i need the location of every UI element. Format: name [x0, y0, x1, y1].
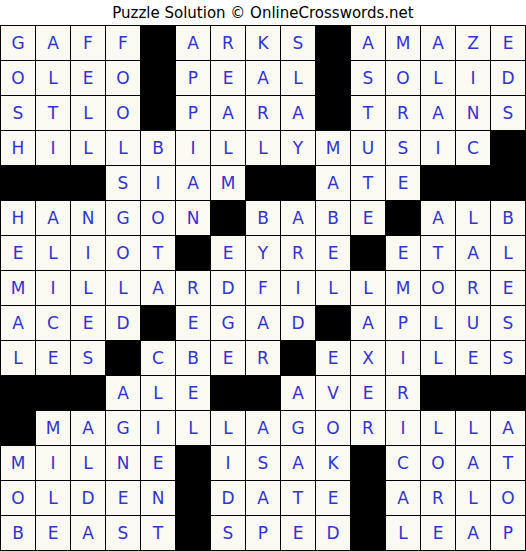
black-cell	[421, 376, 455, 410]
letter-cell: G	[211, 306, 245, 340]
letter-cell: M	[1, 271, 35, 305]
letter-cell: A	[456, 236, 490, 270]
black-cell	[1, 411, 35, 445]
letter-cell: A	[1, 306, 35, 340]
letter-cell: L	[211, 411, 245, 445]
letter-cell: F	[71, 26, 105, 60]
letter-cell: P	[386, 306, 420, 340]
letter-cell: S	[491, 96, 525, 130]
letter-cell: L	[421, 411, 455, 445]
letter-cell: C	[36, 306, 70, 340]
letter-cell: E	[351, 376, 385, 410]
letter-cell: O	[491, 481, 525, 515]
letter-cell: L	[1, 341, 35, 375]
letter-cell: D	[211, 271, 245, 305]
letter-cell: Y	[281, 131, 315, 165]
letter-cell: I	[36, 271, 70, 305]
letter-cell: L	[456, 481, 490, 515]
black-cell	[141, 96, 175, 130]
letter-cell: M	[386, 26, 420, 60]
letter-cell: S	[281, 26, 315, 60]
black-cell	[281, 166, 315, 200]
letter-cell: P	[246, 516, 280, 550]
letter-cell: R	[456, 271, 490, 305]
letter-cell: E	[491, 271, 525, 305]
letter-cell: T	[36, 96, 70, 130]
letter-cell: K	[316, 446, 350, 480]
letter-cell: A	[211, 96, 245, 130]
letter-cell: L	[421, 61, 455, 95]
letter-cell: T	[281, 481, 315, 515]
letter-cell: I	[421, 131, 455, 165]
letter-cell: I	[36, 446, 70, 480]
letter-cell: E	[71, 61, 105, 95]
letter-cell: I	[176, 131, 210, 165]
letter-cell: E	[281, 516, 315, 550]
letter-cell: L	[71, 96, 105, 130]
letter-cell: T	[351, 96, 385, 130]
black-cell	[211, 201, 245, 235]
letter-cell: L	[176, 411, 210, 445]
letter-cell: I	[71, 236, 105, 270]
letter-cell: T	[491, 446, 525, 480]
letter-cell: L	[36, 236, 70, 270]
letter-cell: L	[36, 481, 70, 515]
black-cell	[176, 516, 210, 550]
page-title: Puzzle Solution © OnlineCrosswords.net	[0, 0, 526, 25]
black-cell	[176, 446, 210, 480]
letter-cell: E	[1, 236, 35, 270]
letter-cell: N	[106, 446, 140, 480]
letter-cell: L	[351, 271, 385, 305]
letter-cell: E	[211, 341, 245, 375]
letter-cell: A	[71, 411, 105, 445]
black-cell	[36, 166, 70, 200]
letter-cell: I	[36, 131, 70, 165]
letter-cell: E	[141, 446, 175, 480]
black-cell	[246, 376, 280, 410]
letter-cell: T	[421, 236, 455, 270]
letter-cell: P	[491, 516, 525, 550]
letter-cell: E	[316, 236, 350, 270]
letter-cell: I	[386, 411, 420, 445]
letter-cell: E	[71, 306, 105, 340]
letter-cell: H	[1, 201, 35, 235]
letter-cell: A	[71, 516, 105, 550]
black-cell	[316, 306, 350, 340]
letter-cell: A	[281, 201, 315, 235]
letter-cell: F	[246, 271, 280, 305]
letter-cell: A	[246, 61, 280, 95]
letter-cell: O	[106, 236, 140, 270]
letter-cell: E	[211, 236, 245, 270]
black-cell	[456, 376, 490, 410]
letter-cell: O	[316, 411, 350, 445]
letter-cell: C	[456, 131, 490, 165]
letter-cell: L	[106, 271, 140, 305]
letter-cell: E	[316, 341, 350, 375]
letter-cell: E	[316, 481, 350, 515]
letter-cell: T	[351, 166, 385, 200]
letter-cell: S	[246, 446, 280, 480]
black-cell	[491, 376, 525, 410]
letter-cell: E	[211, 61, 245, 95]
letter-cell: T	[141, 236, 175, 270]
letter-cell: I	[141, 166, 175, 200]
letter-cell: A	[421, 26, 455, 60]
letter-cell: O	[1, 481, 35, 515]
letter-cell: A	[36, 26, 70, 60]
black-cell	[316, 26, 350, 60]
letter-cell: A	[246, 306, 280, 340]
letter-cell: G	[1, 26, 35, 60]
letter-cell: A	[36, 201, 70, 235]
letter-cell: S	[71, 341, 105, 375]
letter-cell: A	[106, 376, 140, 410]
letter-cell: I	[386, 341, 420, 375]
letter-cell: L	[141, 376, 175, 410]
letter-cell: E	[351, 201, 385, 235]
letter-cell: L	[456, 411, 490, 445]
letter-cell: T	[141, 516, 175, 550]
letter-cell: M	[36, 411, 70, 445]
letter-cell: A	[281, 96, 315, 130]
letter-cell: D	[211, 481, 245, 515]
letter-cell: O	[106, 96, 140, 130]
black-cell	[351, 236, 385, 270]
letter-cell: I	[456, 61, 490, 95]
letter-cell: S	[1, 96, 35, 130]
letter-cell: L	[71, 131, 105, 165]
letter-cell: O	[386, 61, 420, 95]
letter-cell: N	[456, 96, 490, 130]
letter-cell: R	[246, 96, 280, 130]
black-cell	[456, 166, 490, 200]
black-cell	[36, 376, 70, 410]
letter-cell: A	[281, 446, 315, 480]
black-cell	[491, 166, 525, 200]
letter-cell: X	[351, 341, 385, 375]
letter-cell: A	[246, 481, 280, 515]
letter-cell: L	[421, 341, 455, 375]
letter-cell: E	[176, 306, 210, 340]
black-cell	[316, 96, 350, 130]
letter-cell: L	[491, 236, 525, 270]
letter-cell: D	[316, 516, 350, 550]
letter-cell: D	[71, 481, 105, 515]
black-cell	[1, 376, 35, 410]
black-cell	[71, 376, 105, 410]
letter-cell: A	[421, 96, 455, 130]
black-cell	[351, 446, 385, 480]
letter-cell: E	[386, 236, 420, 270]
letter-cell: L	[386, 516, 420, 550]
letter-cell: A	[141, 271, 175, 305]
letter-cell: F	[106, 26, 140, 60]
black-cell	[176, 236, 210, 270]
black-cell	[141, 26, 175, 60]
letter-cell: M	[211, 166, 245, 200]
black-cell	[421, 166, 455, 200]
black-cell	[176, 481, 210, 515]
letter-cell: M	[386, 271, 420, 305]
letter-cell: R	[386, 96, 420, 130]
letter-cell: M	[316, 131, 350, 165]
letter-cell: S	[106, 516, 140, 550]
letter-cell: R	[386, 376, 420, 410]
black-cell	[351, 516, 385, 550]
letter-cell: I	[281, 271, 315, 305]
letter-cell: A	[246, 411, 280, 445]
letter-cell: G	[106, 201, 140, 235]
letter-cell: N	[71, 201, 105, 235]
letter-cell: L	[71, 271, 105, 305]
black-cell	[71, 166, 105, 200]
letter-cell: E	[386, 166, 420, 200]
letter-cell: L	[36, 61, 70, 95]
letter-cell: R	[351, 411, 385, 445]
letter-cell: L	[421, 306, 455, 340]
letter-cell: B	[141, 131, 175, 165]
letter-cell: S	[106, 166, 140, 200]
letter-cell: S	[211, 516, 245, 550]
letter-cell: C	[386, 446, 420, 480]
letter-cell: M	[1, 446, 35, 480]
letter-cell: A	[176, 26, 210, 60]
letter-cell: P	[176, 96, 210, 130]
black-cell	[281, 341, 315, 375]
black-cell	[316, 61, 350, 95]
letter-cell: O	[1, 61, 35, 95]
letter-cell: L	[71, 446, 105, 480]
black-cell	[386, 201, 420, 235]
letter-cell: S	[386, 131, 420, 165]
letter-cell: L	[246, 131, 280, 165]
letter-cell: E	[176, 376, 210, 410]
letter-cell: O	[141, 201, 175, 235]
letter-cell: H	[1, 131, 35, 165]
letter-cell: D	[491, 61, 525, 95]
letter-cell: B	[176, 341, 210, 375]
letter-cell: A	[281, 376, 315, 410]
black-cell	[351, 481, 385, 515]
letter-cell: E	[421, 516, 455, 550]
letter-cell: B	[1, 516, 35, 550]
letter-cell: D	[281, 306, 315, 340]
letter-cell: U	[351, 131, 385, 165]
letter-cell: A	[351, 26, 385, 60]
letter-cell: E	[491, 26, 525, 60]
letter-cell: S	[491, 306, 525, 340]
letter-cell: A	[491, 411, 525, 445]
letter-cell: R	[176, 271, 210, 305]
letter-cell: R	[211, 26, 245, 60]
letter-cell: B	[316, 201, 350, 235]
letter-cell: D	[106, 306, 140, 340]
letter-cell: C	[141, 341, 175, 375]
letter-cell: G	[281, 411, 315, 445]
letter-cell: V	[316, 376, 350, 410]
black-cell	[1, 166, 35, 200]
letter-cell: A	[351, 306, 385, 340]
black-cell	[246, 166, 280, 200]
letter-cell: L	[316, 271, 350, 305]
letter-cell: B	[246, 201, 280, 235]
letter-cell: L	[106, 131, 140, 165]
letter-cell: S	[351, 61, 385, 95]
letter-cell: K	[246, 26, 280, 60]
letter-cell: A	[386, 481, 420, 515]
letter-cell: N	[141, 481, 175, 515]
letter-cell: R	[421, 481, 455, 515]
letter-cell: I	[141, 411, 175, 445]
black-cell	[211, 376, 245, 410]
letter-cell: E	[456, 341, 490, 375]
letter-cell: R	[281, 236, 315, 270]
letter-cell: U	[456, 306, 490, 340]
letter-cell: A	[456, 446, 490, 480]
letter-cell: O	[421, 446, 455, 480]
letter-cell: Z	[456, 26, 490, 60]
letter-cell: L	[456, 201, 490, 235]
letter-cell: I	[211, 446, 245, 480]
black-cell	[141, 306, 175, 340]
letter-cell: S	[491, 341, 525, 375]
letter-cell: A	[456, 516, 490, 550]
letter-cell: N	[176, 201, 210, 235]
black-cell	[106, 341, 140, 375]
letter-cell: R	[246, 341, 280, 375]
letter-cell: P	[176, 61, 210, 95]
letter-cell: O	[421, 271, 455, 305]
letter-cell: A	[316, 166, 350, 200]
letter-cell: A	[176, 166, 210, 200]
letter-cell: G	[106, 411, 140, 445]
letter-cell: E	[36, 341, 70, 375]
letter-cell: E	[106, 481, 140, 515]
letter-cell: E	[36, 516, 70, 550]
letter-cell: O	[106, 61, 140, 95]
letter-cell: L	[211, 131, 245, 165]
crossword-grid: GAFFARKSAMAZEOLEOPEALSOLIDSTLOPARATRANSH…	[0, 25, 526, 551]
letter-cell: L	[281, 61, 315, 95]
black-cell	[141, 61, 175, 95]
letter-cell: A	[421, 201, 455, 235]
crossword-page: Puzzle Solution © OnlineCrosswords.net G…	[0, 0, 526, 551]
letter-cell: B	[491, 201, 525, 235]
letter-cell: Y	[246, 236, 280, 270]
black-cell	[491, 131, 525, 165]
